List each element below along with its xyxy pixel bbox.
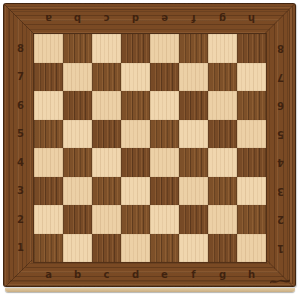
rank-label-6-right: 6	[271, 91, 290, 120]
square-h3[interactable]	[237, 177, 266, 206]
square-g6[interactable]	[208, 91, 237, 120]
square-h7[interactable]	[237, 63, 266, 92]
square-h1[interactable]	[237, 234, 266, 263]
rank-label-3-left: 3	[11, 177, 30, 206]
square-b5[interactable]	[63, 120, 92, 149]
square-e7[interactable]	[150, 63, 179, 92]
square-c3[interactable]	[92, 177, 121, 206]
rank-label-7-left: 7	[11, 63, 30, 92]
square-e8[interactable]	[150, 34, 179, 63]
square-d4[interactable]	[121, 148, 150, 177]
square-g8[interactable]	[208, 34, 237, 63]
square-a8[interactable]	[34, 34, 63, 63]
square-c7[interactable]	[92, 63, 121, 92]
board-side-edge	[5, 288, 295, 292]
rank-label-1-left: 1	[11, 234, 30, 263]
rank-label-7-right: 7	[271, 63, 290, 92]
square-e2[interactable]	[150, 205, 179, 234]
frame-bottom	[4, 260, 295, 286]
square-b3[interactable]	[63, 177, 92, 206]
square-a2[interactable]	[34, 205, 63, 234]
rank-label-5-left: 5	[11, 120, 30, 149]
square-d8[interactable]	[121, 34, 150, 63]
square-e4[interactable]	[150, 148, 179, 177]
square-f8[interactable]	[179, 34, 208, 63]
square-c1[interactable]	[92, 234, 121, 263]
rank-label-5-right: 5	[271, 120, 290, 149]
square-a4[interactable]	[34, 148, 63, 177]
square-b7[interactable]	[63, 63, 92, 92]
rank-label-6-left: 6	[11, 91, 30, 120]
square-b6[interactable]	[63, 91, 92, 120]
square-e5[interactable]	[150, 120, 179, 149]
square-f4[interactable]	[179, 148, 208, 177]
square-f1[interactable]	[179, 234, 208, 263]
square-c4[interactable]	[92, 148, 121, 177]
square-b4[interactable]	[63, 148, 92, 177]
square-g4[interactable]	[208, 148, 237, 177]
brand-stamp-icon	[269, 276, 291, 286]
rank-label-4-left: 4	[11, 148, 30, 177]
squares-grid	[34, 34, 266, 262]
square-b1[interactable]	[63, 234, 92, 263]
square-a1[interactable]	[34, 234, 63, 263]
square-a7[interactable]	[34, 63, 63, 92]
square-a5[interactable]	[34, 120, 63, 149]
square-b2[interactable]	[63, 205, 92, 234]
square-a6[interactable]	[34, 91, 63, 120]
rank-label-2-right: 2	[271, 205, 290, 234]
square-g3[interactable]	[208, 177, 237, 206]
square-c6[interactable]	[92, 91, 121, 120]
rank-label-3-right: 3	[271, 177, 290, 206]
rank-label-4-right: 4	[271, 148, 290, 177]
frame-top	[4, 4, 295, 34]
square-c2[interactable]	[92, 205, 121, 234]
square-h6[interactable]	[237, 91, 266, 120]
square-c5[interactable]	[92, 120, 121, 149]
square-g5[interactable]	[208, 120, 237, 149]
square-f7[interactable]	[179, 63, 208, 92]
square-c8[interactable]	[92, 34, 121, 63]
square-h5[interactable]	[237, 120, 266, 149]
product-photo: abcdefgh abcdefgh 87654321 87654321	[0, 0, 300, 300]
square-f2[interactable]	[179, 205, 208, 234]
square-a3[interactable]	[34, 177, 63, 206]
square-f3[interactable]	[179, 177, 208, 206]
square-e1[interactable]	[150, 234, 179, 263]
rank-label-1-right: 1	[271, 234, 290, 263]
square-d3[interactable]	[121, 177, 150, 206]
square-b8[interactable]	[63, 34, 92, 63]
square-d2[interactable]	[121, 205, 150, 234]
square-h8[interactable]	[237, 34, 266, 63]
square-e6[interactable]	[150, 91, 179, 120]
square-d5[interactable]	[121, 120, 150, 149]
square-g2[interactable]	[208, 205, 237, 234]
square-h4[interactable]	[237, 148, 266, 177]
square-e3[interactable]	[150, 177, 179, 206]
rank-label-8-left: 8	[11, 34, 30, 63]
square-g1[interactable]	[208, 234, 237, 263]
square-h2[interactable]	[237, 205, 266, 234]
rank-labels-left: 87654321	[11, 34, 30, 262]
square-g7[interactable]	[208, 63, 237, 92]
rank-label-2-left: 2	[11, 205, 30, 234]
square-f6[interactable]	[179, 91, 208, 120]
square-f5[interactable]	[179, 120, 208, 149]
rank-labels-right: 87654321	[271, 34, 290, 262]
square-d7[interactable]	[121, 63, 150, 92]
square-d6[interactable]	[121, 91, 150, 120]
chess-board: abcdefgh abcdefgh 87654321 87654321	[3, 3, 296, 287]
square-d1[interactable]	[121, 234, 150, 263]
rank-label-8-right: 8	[271, 34, 290, 63]
